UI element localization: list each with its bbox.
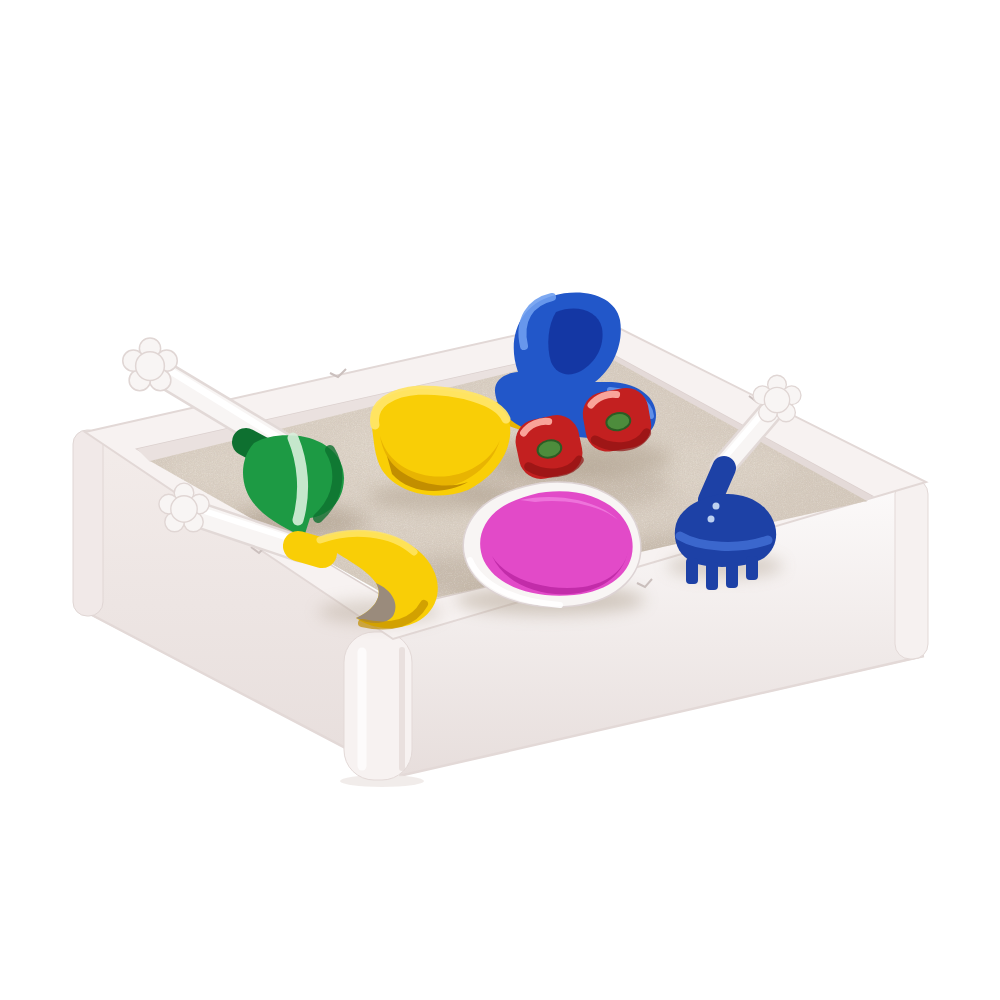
yellow-scoop: [368, 389, 512, 511]
sandbox-product-photo: [0, 0, 1000, 1000]
page: [0, 0, 1000, 1000]
right-corner-leg: [895, 479, 928, 659]
shovel-flower-knob-icon: [123, 338, 178, 391]
rake-shaft-dot: [713, 503, 720, 510]
claw-socket: [298, 546, 322, 553]
left-corner-leg: [73, 430, 103, 616]
rake-shaft-dot: [708, 516, 715, 523]
rake-flower-knob-icon: [753, 375, 801, 422]
sandbox-illustration: [0, 0, 1000, 1000]
